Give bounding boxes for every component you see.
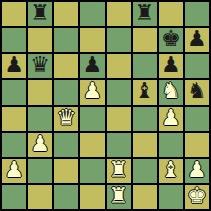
- square-d1[interactable]: [80, 185, 104, 209]
- piece-white-pawn[interactable]: ♟: [161, 107, 181, 129]
- square-d7[interactable]: [80, 28, 104, 52]
- square-b4[interactable]: [28, 107, 52, 131]
- square-h5[interactable]: ♞: [185, 80, 209, 104]
- piece-black-pawn[interactable]: ♟: [187, 28, 207, 50]
- square-c2[interactable]: [54, 159, 78, 183]
- square-f6[interactable]: [133, 54, 157, 78]
- piece-white-bishop[interactable]: ♝: [161, 159, 181, 181]
- piece-black-rook[interactable]: ♜: [30, 2, 50, 24]
- square-f1[interactable]: [133, 185, 157, 209]
- piece-black-king[interactable]: ♚: [161, 28, 181, 50]
- piece-white-knight[interactable]: ♞: [161, 80, 181, 102]
- square-a2[interactable]: ♟: [2, 159, 26, 183]
- piece-white-pawn[interactable]: ♟: [83, 80, 103, 102]
- square-b6[interactable]: ♛: [28, 54, 52, 78]
- square-d2[interactable]: [80, 159, 104, 183]
- piece-white-queen[interactable]: ♛: [56, 107, 76, 129]
- square-g5[interactable]: ♞: [159, 80, 183, 104]
- square-c6[interactable]: [54, 54, 78, 78]
- square-g3[interactable]: [159, 133, 183, 157]
- square-d4[interactable]: [80, 107, 104, 131]
- square-f8[interactable]: ♜: [133, 2, 157, 26]
- square-h2[interactable]: ♟: [185, 159, 209, 183]
- square-c3[interactable]: [54, 133, 78, 157]
- square-e1[interactable]: ♜: [107, 185, 131, 209]
- square-c8[interactable]: [54, 2, 78, 26]
- piece-black-pawn[interactable]: ♟: [161, 54, 181, 76]
- square-a7[interactable]: [2, 28, 26, 52]
- square-b2[interactable]: [28, 159, 52, 183]
- piece-black-pawn[interactable]: ♟: [83, 54, 103, 76]
- square-e2[interactable]: ♜: [107, 159, 131, 183]
- square-h8[interactable]: [185, 2, 209, 26]
- square-c7[interactable]: [54, 28, 78, 52]
- square-h3[interactable]: [185, 133, 209, 157]
- square-b5[interactable]: [28, 80, 52, 104]
- square-a5[interactable]: [2, 80, 26, 104]
- square-d3[interactable]: [80, 133, 104, 157]
- square-a1[interactable]: [2, 185, 26, 209]
- square-c4[interactable]: ♛: [54, 107, 78, 131]
- square-f3[interactable]: [133, 133, 157, 157]
- square-a4[interactable]: [2, 107, 26, 131]
- square-h1[interactable]: ♚: [185, 185, 209, 209]
- square-h6[interactable]: [185, 54, 209, 78]
- chess-board-window: ♜♜♚♟♟♛♟♟♟♝♞♞♛♟♟♟♜♝♟♜♚: [0, 0, 211, 211]
- piece-white-pawn[interactable]: ♟: [187, 159, 207, 181]
- square-b8[interactable]: ♜: [28, 2, 52, 26]
- square-f7[interactable]: [133, 28, 157, 52]
- piece-black-rook[interactable]: ♜: [135, 2, 155, 24]
- square-a8[interactable]: [2, 2, 26, 26]
- square-a6[interactable]: ♟: [2, 54, 26, 78]
- square-f2[interactable]: [133, 159, 157, 183]
- square-c1[interactable]: [54, 185, 78, 209]
- square-e5[interactable]: [107, 80, 131, 104]
- piece-black-queen[interactable]: ♛: [30, 54, 50, 76]
- square-f5[interactable]: ♝: [133, 80, 157, 104]
- square-f4[interactable]: [133, 107, 157, 131]
- square-b7[interactable]: [28, 28, 52, 52]
- square-d8[interactable]: [80, 2, 104, 26]
- square-g4[interactable]: ♟: [159, 107, 183, 131]
- square-g8[interactable]: [159, 2, 183, 26]
- square-g6[interactable]: ♟: [159, 54, 183, 78]
- square-e7[interactable]: [107, 28, 131, 52]
- square-c5[interactable]: [54, 80, 78, 104]
- piece-white-rook[interactable]: ♜: [109, 159, 129, 181]
- square-e4[interactable]: [107, 107, 131, 131]
- piece-white-pawn[interactable]: ♟: [4, 159, 24, 181]
- square-h4[interactable]: [185, 107, 209, 131]
- square-e8[interactable]: [107, 2, 131, 26]
- square-g7[interactable]: ♚: [159, 28, 183, 52]
- piece-white-rook[interactable]: ♜: [109, 185, 129, 207]
- chess-board: ♜♜♚♟♟♛♟♟♟♝♞♞♛♟♟♟♜♝♟♜♚: [0, 0, 211, 211]
- square-h7[interactable]: ♟: [185, 28, 209, 52]
- piece-white-king[interactable]: ♚: [187, 185, 207, 207]
- piece-black-bishop[interactable]: ♝: [135, 80, 155, 102]
- piece-black-knight[interactable]: ♞: [187, 80, 207, 102]
- square-e6[interactable]: [107, 54, 131, 78]
- square-d5[interactable]: ♟: [80, 80, 104, 104]
- piece-black-pawn[interactable]: ♟: [4, 54, 24, 76]
- square-b1[interactable]: [28, 185, 52, 209]
- piece-white-pawn[interactable]: ♟: [30, 133, 50, 155]
- square-a3[interactable]: [2, 133, 26, 157]
- square-e3[interactable]: [107, 133, 131, 157]
- square-g2[interactable]: ♝: [159, 159, 183, 183]
- square-b3[interactable]: ♟: [28, 133, 52, 157]
- square-d6[interactable]: ♟: [80, 54, 104, 78]
- square-g1[interactable]: [159, 185, 183, 209]
